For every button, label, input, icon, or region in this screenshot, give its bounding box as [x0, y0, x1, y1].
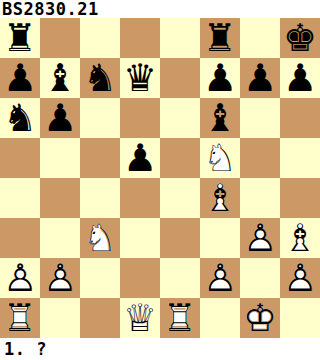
- black-pawn-icon[interactable]: ♟: [40, 98, 80, 138]
- square-e3[interactable]: [160, 218, 200, 258]
- square-d2[interactable]: [120, 258, 160, 298]
- square-g8[interactable]: [240, 18, 280, 58]
- square-c2[interactable]: [80, 258, 120, 298]
- square-d7[interactable]: ♛: [120, 58, 160, 98]
- header: BS2830.21: [0, 0, 320, 18]
- square-h8[interactable]: ♚: [280, 18, 320, 58]
- square-f5[interactable]: ♞♘: [200, 138, 240, 178]
- square-a5[interactable]: [0, 138, 40, 178]
- black-pawn-icon[interactable]: ♟: [280, 58, 320, 98]
- square-c6[interactable]: [80, 98, 120, 138]
- square-b8[interactable]: [40, 18, 80, 58]
- move-prompt: 1. ?: [0, 338, 47, 360]
- square-f1[interactable]: [200, 298, 240, 338]
- square-c8[interactable]: [80, 18, 120, 58]
- white-knight-icon[interactable]: ♞♘: [80, 218, 120, 258]
- white-pawn-icon[interactable]: ♟♙: [200, 258, 240, 298]
- square-d4[interactable]: [120, 178, 160, 218]
- square-c5[interactable]: [80, 138, 120, 178]
- square-e4[interactable]: [160, 178, 200, 218]
- white-rook-icon[interactable]: ♜♖: [160, 298, 200, 338]
- square-g5[interactable]: [240, 138, 280, 178]
- square-h6[interactable]: [280, 98, 320, 138]
- square-a1[interactable]: ♜♖: [0, 298, 40, 338]
- black-bishop-icon[interactable]: ♝: [200, 98, 240, 138]
- square-h1[interactable]: [280, 298, 320, 338]
- square-g3[interactable]: ♟♙: [240, 218, 280, 258]
- square-d8[interactable]: [120, 18, 160, 58]
- square-g6[interactable]: [240, 98, 280, 138]
- square-b4[interactable]: [40, 178, 80, 218]
- square-e6[interactable]: [160, 98, 200, 138]
- square-g7[interactable]: ♟: [240, 58, 280, 98]
- footer: 1. ?: [0, 338, 320, 360]
- square-b2[interactable]: ♟♙: [40, 258, 80, 298]
- white-pawn-icon[interactable]: ♟♙: [40, 258, 80, 298]
- black-queen-icon[interactable]: ♛: [120, 58, 160, 98]
- square-a7[interactable]: ♟: [0, 58, 40, 98]
- square-f2[interactable]: ♟♙: [200, 258, 240, 298]
- square-e2[interactable]: [160, 258, 200, 298]
- square-h4[interactable]: [280, 178, 320, 218]
- square-f8[interactable]: ♜: [200, 18, 240, 58]
- square-h2[interactable]: ♟♙: [280, 258, 320, 298]
- square-a2[interactable]: ♟♙: [0, 258, 40, 298]
- black-knight-icon[interactable]: ♞: [0, 98, 40, 138]
- square-e1[interactable]: ♜♖: [160, 298, 200, 338]
- square-a6[interactable]: ♞: [0, 98, 40, 138]
- black-bishop-icon[interactable]: ♝: [40, 58, 80, 98]
- black-king-icon[interactable]: ♚: [280, 18, 320, 58]
- square-b1[interactable]: [40, 298, 80, 338]
- square-d5[interactable]: ♟: [120, 138, 160, 178]
- black-pawn-icon[interactable]: ♟: [120, 138, 160, 178]
- square-h5[interactable]: [280, 138, 320, 178]
- white-knight-icon[interactable]: ♞♘: [200, 138, 240, 178]
- chess-board[interactable]: ♜♜♚♟♝♞♛♟♟♟♞♟♝♟♞♘♝♗♞♘♟♙♝♗♟♙♟♙♟♙♟♙♜♖♛♕♜♖♚♔: [0, 18, 320, 338]
- square-b6[interactable]: ♟: [40, 98, 80, 138]
- square-c7[interactable]: ♞: [80, 58, 120, 98]
- black-pawn-icon[interactable]: ♟: [240, 58, 280, 98]
- square-d6[interactable]: [120, 98, 160, 138]
- square-f7[interactable]: ♟: [200, 58, 240, 98]
- white-pawn-icon[interactable]: ♟♙: [0, 258, 40, 298]
- square-e7[interactable]: [160, 58, 200, 98]
- square-b7[interactable]: ♝: [40, 58, 80, 98]
- square-g1[interactable]: ♚♔: [240, 298, 280, 338]
- white-king-icon[interactable]: ♚♔: [240, 298, 280, 338]
- white-bishop-icon[interactable]: ♝♗: [200, 178, 240, 218]
- black-knight-icon[interactable]: ♞: [80, 58, 120, 98]
- black-pawn-icon[interactable]: ♟: [200, 58, 240, 98]
- square-b3[interactable]: [40, 218, 80, 258]
- square-g2[interactable]: [240, 258, 280, 298]
- white-rook-icon[interactable]: ♜♖: [0, 298, 40, 338]
- square-c4[interactable]: [80, 178, 120, 218]
- square-h7[interactable]: ♟: [280, 58, 320, 98]
- black-rook-icon[interactable]: ♜: [0, 18, 40, 58]
- black-rook-icon[interactable]: ♜: [200, 18, 240, 58]
- square-a8[interactable]: ♜: [0, 18, 40, 58]
- square-a4[interactable]: [0, 178, 40, 218]
- white-bishop-icon[interactable]: ♝♗: [280, 218, 320, 258]
- square-e5[interactable]: [160, 138, 200, 178]
- square-h3[interactable]: ♝♗: [280, 218, 320, 258]
- white-pawn-icon[interactable]: ♟♙: [280, 258, 320, 298]
- square-c3[interactable]: ♞♘: [80, 218, 120, 258]
- square-a3[interactable]: [0, 218, 40, 258]
- square-g4[interactable]: [240, 178, 280, 218]
- square-f3[interactable]: [200, 218, 240, 258]
- white-pawn-icon[interactable]: ♟♙: [240, 218, 280, 258]
- square-c1[interactable]: [80, 298, 120, 338]
- black-pawn-icon[interactable]: ♟: [0, 58, 40, 98]
- square-d3[interactable]: [120, 218, 160, 258]
- white-queen-icon[interactable]: ♛♕: [120, 298, 160, 338]
- square-f4[interactable]: ♝♗: [200, 178, 240, 218]
- square-b5[interactable]: [40, 138, 80, 178]
- square-f6[interactable]: ♝: [200, 98, 240, 138]
- square-e8[interactable]: [160, 18, 200, 58]
- square-d1[interactable]: ♛♕: [120, 298, 160, 338]
